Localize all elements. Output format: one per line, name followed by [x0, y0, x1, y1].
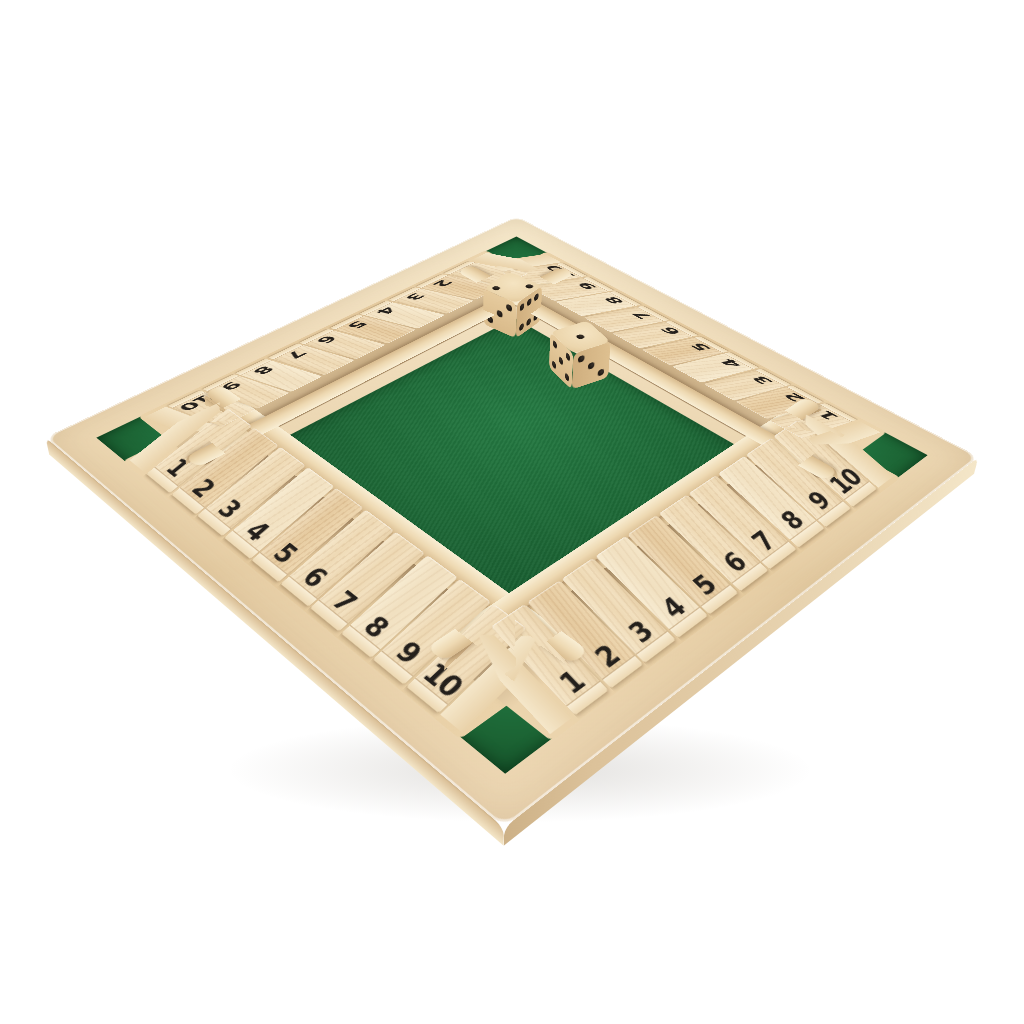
- die-pip: [534, 293, 539, 302]
- die-pip: [552, 360, 556, 370]
- die-pip: [578, 355, 585, 363]
- die-pip: [565, 372, 569, 382]
- die-pip: [575, 334, 586, 340]
- die-pip: [506, 304, 512, 313]
- product-photo-stage: 12345678910 12345678910 12345678910 1234…: [0, 0, 1024, 1024]
- die-pip: [527, 298, 532, 307]
- die-pip: [491, 285, 501, 290]
- die-pip: [520, 303, 525, 312]
- die-pip: [519, 322, 524, 331]
- die-pip: [526, 317, 531, 326]
- die-pip: [588, 362, 595, 370]
- die-pip: [553, 340, 557, 350]
- die-pip: [497, 309, 503, 318]
- die-pip: [597, 368, 604, 376]
- die-pip: [566, 352, 570, 362]
- die-pip: [524, 284, 534, 289]
- die-pip: [559, 356, 563, 366]
